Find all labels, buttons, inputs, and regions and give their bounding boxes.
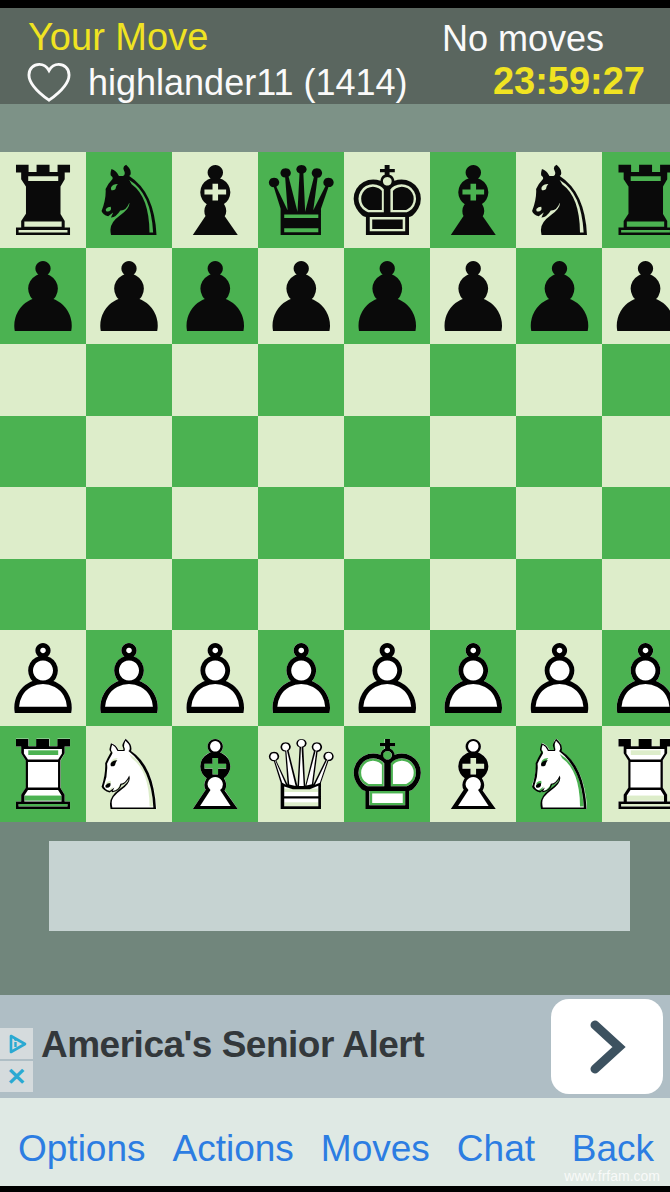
- square-b6[interactable]: [86, 344, 172, 416]
- square-e5[interactable]: [344, 416, 430, 488]
- square-e8[interactable]: ♚: [344, 152, 430, 248]
- square-h4[interactable]: [602, 487, 670, 559]
- piece-black-bishop[interactable]: ♝: [172, 154, 258, 250]
- square-b1[interactable]: ♞♘: [86, 726, 172, 822]
- piece-white-pawn[interactable]: ♟♙: [258, 632, 344, 728]
- square-f8[interactable]: ♝: [430, 152, 516, 248]
- square-d8[interactable]: ♛: [258, 152, 344, 248]
- ad-banner[interactable]: ✕ America's Senior Alert: [0, 995, 670, 1098]
- square-d2[interactable]: ♟♙: [258, 630, 344, 726]
- square-a8[interactable]: ♜: [0, 152, 86, 248]
- square-c8[interactable]: ♝: [172, 152, 258, 248]
- square-e6[interactable]: [344, 344, 430, 416]
- piece-outline: ♔: [344, 720, 430, 832]
- chevron-right-icon: [585, 1019, 629, 1075]
- piece-black-pawn[interactable]: ♟: [0, 250, 86, 346]
- square-h6[interactable]: [602, 344, 670, 416]
- square-e7[interactable]: ♟: [344, 248, 430, 344]
- piece-white-pawn[interactable]: ♟♙: [0, 632, 86, 728]
- piece-white-bishop[interactable]: ♝♗: [172, 728, 258, 824]
- piece-outline: ♘: [86, 720, 172, 832]
- square-h8[interactable]: ♜: [602, 152, 670, 248]
- square-c6[interactable]: [172, 344, 258, 416]
- chess-app-screen: Your Move No moves highlander11 (1414) 2…: [0, 0, 670, 1192]
- square-f3[interactable]: [430, 559, 516, 631]
- ad-close-tile[interactable]: ✕: [0, 1061, 33, 1092]
- square-g8[interactable]: ♞: [516, 152, 602, 248]
- piece-black-pawn[interactable]: ♟: [344, 250, 430, 346]
- piece-black-pawn[interactable]: ♟: [86, 250, 172, 346]
- square-f7[interactable]: ♟: [430, 248, 516, 344]
- piece-outline: ♖: [602, 720, 670, 832]
- square-b4[interactable]: [86, 487, 172, 559]
- square-d4[interactable]: [258, 487, 344, 559]
- square-a1[interactable]: ♜♖: [0, 726, 86, 822]
- square-g1[interactable]: ♞♘: [516, 726, 602, 822]
- piece-white-pawn[interactable]: ♟♙: [430, 632, 516, 728]
- square-c7[interactable]: ♟: [172, 248, 258, 344]
- square-g2[interactable]: ♟♙: [516, 630, 602, 726]
- piece-black-rook[interactable]: ♜: [0, 154, 86, 250]
- square-f2[interactable]: ♟♙: [430, 630, 516, 726]
- square-a7[interactable]: ♟: [0, 248, 86, 344]
- bottom-bezel-strip: [0, 1186, 670, 1192]
- square-e1[interactable]: ♚♔: [344, 726, 430, 822]
- actions-button[interactable]: Actions: [173, 1128, 294, 1170]
- piece-black-pawn[interactable]: ♟: [172, 250, 258, 346]
- turn-status: Your Move: [28, 16, 208, 59]
- square-h1[interactable]: ♜♖: [602, 726, 670, 822]
- moves-button[interactable]: Moves: [321, 1128, 430, 1170]
- square-a6[interactable]: [0, 344, 86, 416]
- piece-black-pawn[interactable]: ♟: [516, 250, 602, 346]
- square-d7[interactable]: ♟: [258, 248, 344, 344]
- piece-white-rook[interactable]: ♜♖: [0, 728, 86, 824]
- square-b7[interactable]: ♟: [86, 248, 172, 344]
- opponent-row: highlander11 (1414): [26, 62, 408, 104]
- chat-button[interactable]: Chat: [457, 1128, 535, 1170]
- square-c5[interactable]: [172, 416, 258, 488]
- square-e2[interactable]: ♟♙: [344, 630, 430, 726]
- piece-black-pawn[interactable]: ♟: [602, 250, 670, 346]
- square-d3[interactable]: [258, 559, 344, 631]
- piece-black-knight[interactable]: ♞: [86, 154, 172, 250]
- piece-white-pawn[interactable]: ♟♙: [602, 632, 670, 728]
- square-h7[interactable]: ♟: [602, 248, 670, 344]
- piece-white-pawn[interactable]: ♟♙: [172, 632, 258, 728]
- piece-white-queen[interactable]: ♛♕: [258, 728, 344, 824]
- square-f6[interactable]: [430, 344, 516, 416]
- piece-black-bishop[interactable]: ♝: [430, 154, 516, 250]
- back-button[interactable]: Back: [572, 1128, 654, 1170]
- header-spacer: [0, 104, 670, 152]
- piece-outline: ♕: [258, 720, 344, 832]
- adchoices-triangle-icon[interactable]: [0, 1028, 33, 1059]
- square-d6[interactable]: [258, 344, 344, 416]
- square-d1[interactable]: ♛♕: [258, 726, 344, 822]
- top-bezel-strip: [0, 0, 670, 8]
- square-g4[interactable]: [516, 487, 602, 559]
- watermark: www.frfam.com: [564, 1168, 660, 1184]
- piece-white-knight[interactable]: ♞♘: [516, 728, 602, 824]
- opponent-name: highlander11 (1414): [88, 62, 408, 104]
- move-list-box[interactable]: [49, 841, 630, 931]
- piece-white-king[interactable]: ♚♔: [344, 728, 430, 824]
- square-f1[interactable]: ♝♗: [430, 726, 516, 822]
- square-c3[interactable]: [172, 559, 258, 631]
- piece-black-rook[interactable]: ♜: [602, 154, 670, 250]
- piece-black-queen[interactable]: ♛: [258, 154, 344, 250]
- chess-board[interactable]: ♜♞♝♛♚♝♞♜♟♟♟♟♟♟♟♟♟♙♟♙♟♙♟♙♟♙♟♙♟♙♟♙♜♖♞♘♝♗♛♕…: [0, 152, 670, 822]
- square-e3[interactable]: [344, 559, 430, 631]
- square-f5[interactable]: [430, 416, 516, 488]
- square-a2[interactable]: ♟♙: [0, 630, 86, 726]
- square-b8[interactable]: ♞: [86, 152, 172, 248]
- square-b2[interactable]: ♟♙: [86, 630, 172, 726]
- options-button[interactable]: Options: [18, 1128, 146, 1170]
- piece-black-king[interactable]: ♚: [344, 154, 430, 250]
- piece-black-knight[interactable]: ♞: [516, 154, 602, 250]
- game-header: Your Move No moves highlander11 (1414) 2…: [0, 8, 670, 104]
- square-b3[interactable]: [86, 559, 172, 631]
- piece-outline: ♘: [516, 720, 602, 832]
- square-g3[interactable]: [516, 559, 602, 631]
- heart-outline-icon[interactable]: [26, 62, 72, 104]
- ad-open-button[interactable]: [551, 999, 663, 1094]
- adchoices-block: ✕: [0, 1028, 33, 1092]
- piece-black-pawn[interactable]: ♟: [258, 250, 344, 346]
- square-g5[interactable]: [516, 416, 602, 488]
- square-d5[interactable]: [258, 416, 344, 488]
- square-h2[interactable]: ♟♙: [602, 630, 670, 726]
- piece-white-pawn[interactable]: ♟♙: [516, 632, 602, 728]
- ad-title[interactable]: America's Senior Alert: [41, 1024, 424, 1066]
- square-e4[interactable]: [344, 487, 430, 559]
- square-a3[interactable]: [0, 559, 86, 631]
- square-a4[interactable]: [0, 487, 86, 559]
- piece-white-rook[interactable]: ♜♖: [602, 728, 670, 824]
- square-a5[interactable]: [0, 416, 86, 488]
- square-g7[interactable]: ♟: [516, 248, 602, 344]
- piece-white-bishop[interactable]: ♝♗: [430, 728, 516, 824]
- close-icon[interactable]: ✕: [6, 1065, 26, 1089]
- square-c2[interactable]: ♟♙: [172, 630, 258, 726]
- piece-black-pawn[interactable]: ♟: [430, 250, 516, 346]
- game-clock: 23:59:27: [493, 60, 645, 103]
- piece-outline: ♗: [172, 720, 258, 832]
- piece-outline: ♖: [0, 720, 86, 832]
- moves-count-label: No moves: [442, 18, 604, 60]
- piece-white-knight[interactable]: ♞♘: [86, 728, 172, 824]
- square-h3[interactable]: [602, 559, 670, 631]
- piece-outline: ♗: [430, 720, 516, 832]
- square-c4[interactable]: [172, 487, 258, 559]
- lower-panel: [0, 822, 670, 995]
- square-h5[interactable]: [602, 416, 670, 488]
- piece-white-pawn[interactable]: ♟♙: [86, 632, 172, 728]
- square-c1[interactable]: ♝♗: [172, 726, 258, 822]
- square-b5[interactable]: [86, 416, 172, 488]
- square-g6[interactable]: [516, 344, 602, 416]
- square-f4[interactable]: [430, 487, 516, 559]
- piece-white-pawn[interactable]: ♟♙: [344, 632, 430, 728]
